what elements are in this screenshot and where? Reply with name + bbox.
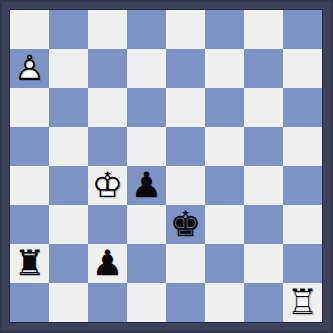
white-king-outline-glyph: ♔ bbox=[88, 166, 127, 205]
square-a7[interactable]: ♟♙ bbox=[10, 49, 49, 88]
square-c7[interactable] bbox=[88, 49, 127, 88]
square-h6[interactable] bbox=[283, 88, 322, 127]
square-c1[interactable] bbox=[88, 283, 127, 322]
square-b6[interactable] bbox=[49, 88, 88, 127]
square-a6[interactable] bbox=[10, 88, 49, 127]
square-d6[interactable] bbox=[127, 88, 166, 127]
square-h1[interactable]: ♜♖ bbox=[283, 283, 322, 322]
square-e2[interactable] bbox=[166, 244, 205, 283]
square-e5[interactable] bbox=[166, 127, 205, 166]
square-c8[interactable] bbox=[88, 10, 127, 49]
square-d8[interactable] bbox=[127, 10, 166, 49]
square-b5[interactable] bbox=[49, 127, 88, 166]
square-b2[interactable] bbox=[49, 244, 88, 283]
square-b4[interactable] bbox=[49, 166, 88, 205]
square-b7[interactable] bbox=[49, 49, 88, 88]
piece-white-rook[interactable]: ♜♖ bbox=[283, 283, 322, 322]
black-pawn-glyph: ♟ bbox=[88, 244, 127, 283]
square-d7[interactable] bbox=[127, 49, 166, 88]
black-king-glyph: ♚ bbox=[166, 205, 205, 244]
square-c4[interactable]: ♚♔ bbox=[88, 166, 127, 205]
square-b8[interactable] bbox=[49, 10, 88, 49]
square-a4[interactable] bbox=[10, 166, 49, 205]
piece-black-rook[interactable]: ♜ bbox=[10, 244, 49, 283]
square-a5[interactable] bbox=[10, 127, 49, 166]
square-c6[interactable] bbox=[88, 88, 127, 127]
piece-black-pawn[interactable]: ♟ bbox=[88, 244, 127, 283]
square-f7[interactable] bbox=[205, 49, 244, 88]
square-c5[interactable] bbox=[88, 127, 127, 166]
square-e1[interactable] bbox=[166, 283, 205, 322]
piece-white-pawn[interactable]: ♟♙ bbox=[10, 49, 49, 88]
white-rook-outline-glyph: ♖ bbox=[283, 283, 322, 322]
square-e4[interactable] bbox=[166, 166, 205, 205]
square-f2[interactable] bbox=[205, 244, 244, 283]
square-h4[interactable] bbox=[283, 166, 322, 205]
square-f6[interactable] bbox=[205, 88, 244, 127]
square-g3[interactable] bbox=[244, 205, 283, 244]
square-a3[interactable] bbox=[10, 205, 49, 244]
black-pawn-glyph: ♟ bbox=[127, 166, 166, 205]
square-g7[interactable] bbox=[244, 49, 283, 88]
square-a2[interactable]: ♜ bbox=[10, 244, 49, 283]
square-f8[interactable] bbox=[205, 10, 244, 49]
square-b3[interactable] bbox=[49, 205, 88, 244]
piece-white-king[interactable]: ♚♔ bbox=[88, 166, 127, 205]
square-d3[interactable] bbox=[127, 205, 166, 244]
piece-black-pawn[interactable]: ♟ bbox=[127, 166, 166, 205]
square-c3[interactable] bbox=[88, 205, 127, 244]
square-d4[interactable]: ♟ bbox=[127, 166, 166, 205]
square-g2[interactable] bbox=[244, 244, 283, 283]
square-h7[interactable] bbox=[283, 49, 322, 88]
square-h5[interactable] bbox=[283, 127, 322, 166]
square-e6[interactable] bbox=[166, 88, 205, 127]
square-d5[interactable] bbox=[127, 127, 166, 166]
square-f4[interactable] bbox=[205, 166, 244, 205]
square-e7[interactable] bbox=[166, 49, 205, 88]
square-e8[interactable] bbox=[166, 10, 205, 49]
square-g8[interactable] bbox=[244, 10, 283, 49]
square-g4[interactable] bbox=[244, 166, 283, 205]
square-a8[interactable] bbox=[10, 10, 49, 49]
square-c2[interactable]: ♟ bbox=[88, 244, 127, 283]
white-pawn-outline-glyph: ♙ bbox=[10, 49, 49, 88]
piece-black-king[interactable]: ♚ bbox=[166, 205, 205, 244]
square-h8[interactable] bbox=[283, 10, 322, 49]
square-e3[interactable]: ♚ bbox=[166, 205, 205, 244]
square-f3[interactable] bbox=[205, 205, 244, 244]
square-h3[interactable] bbox=[283, 205, 322, 244]
square-f5[interactable] bbox=[205, 127, 244, 166]
square-b1[interactable] bbox=[49, 283, 88, 322]
square-d2[interactable] bbox=[127, 244, 166, 283]
square-g1[interactable] bbox=[244, 283, 283, 322]
board-frame: ♟♙♚♔♟♚♜♟♜♖ bbox=[0, 0, 333, 333]
square-h2[interactable] bbox=[283, 244, 322, 283]
black-rook-glyph: ♜ bbox=[10, 244, 49, 283]
square-g5[interactable] bbox=[244, 127, 283, 166]
square-g6[interactable] bbox=[244, 88, 283, 127]
square-f1[interactable] bbox=[205, 283, 244, 322]
square-a1[interactable] bbox=[10, 283, 49, 322]
square-d1[interactable] bbox=[127, 283, 166, 322]
chess-board: ♟♙♚♔♟♚♜♟♜♖ bbox=[10, 10, 322, 322]
